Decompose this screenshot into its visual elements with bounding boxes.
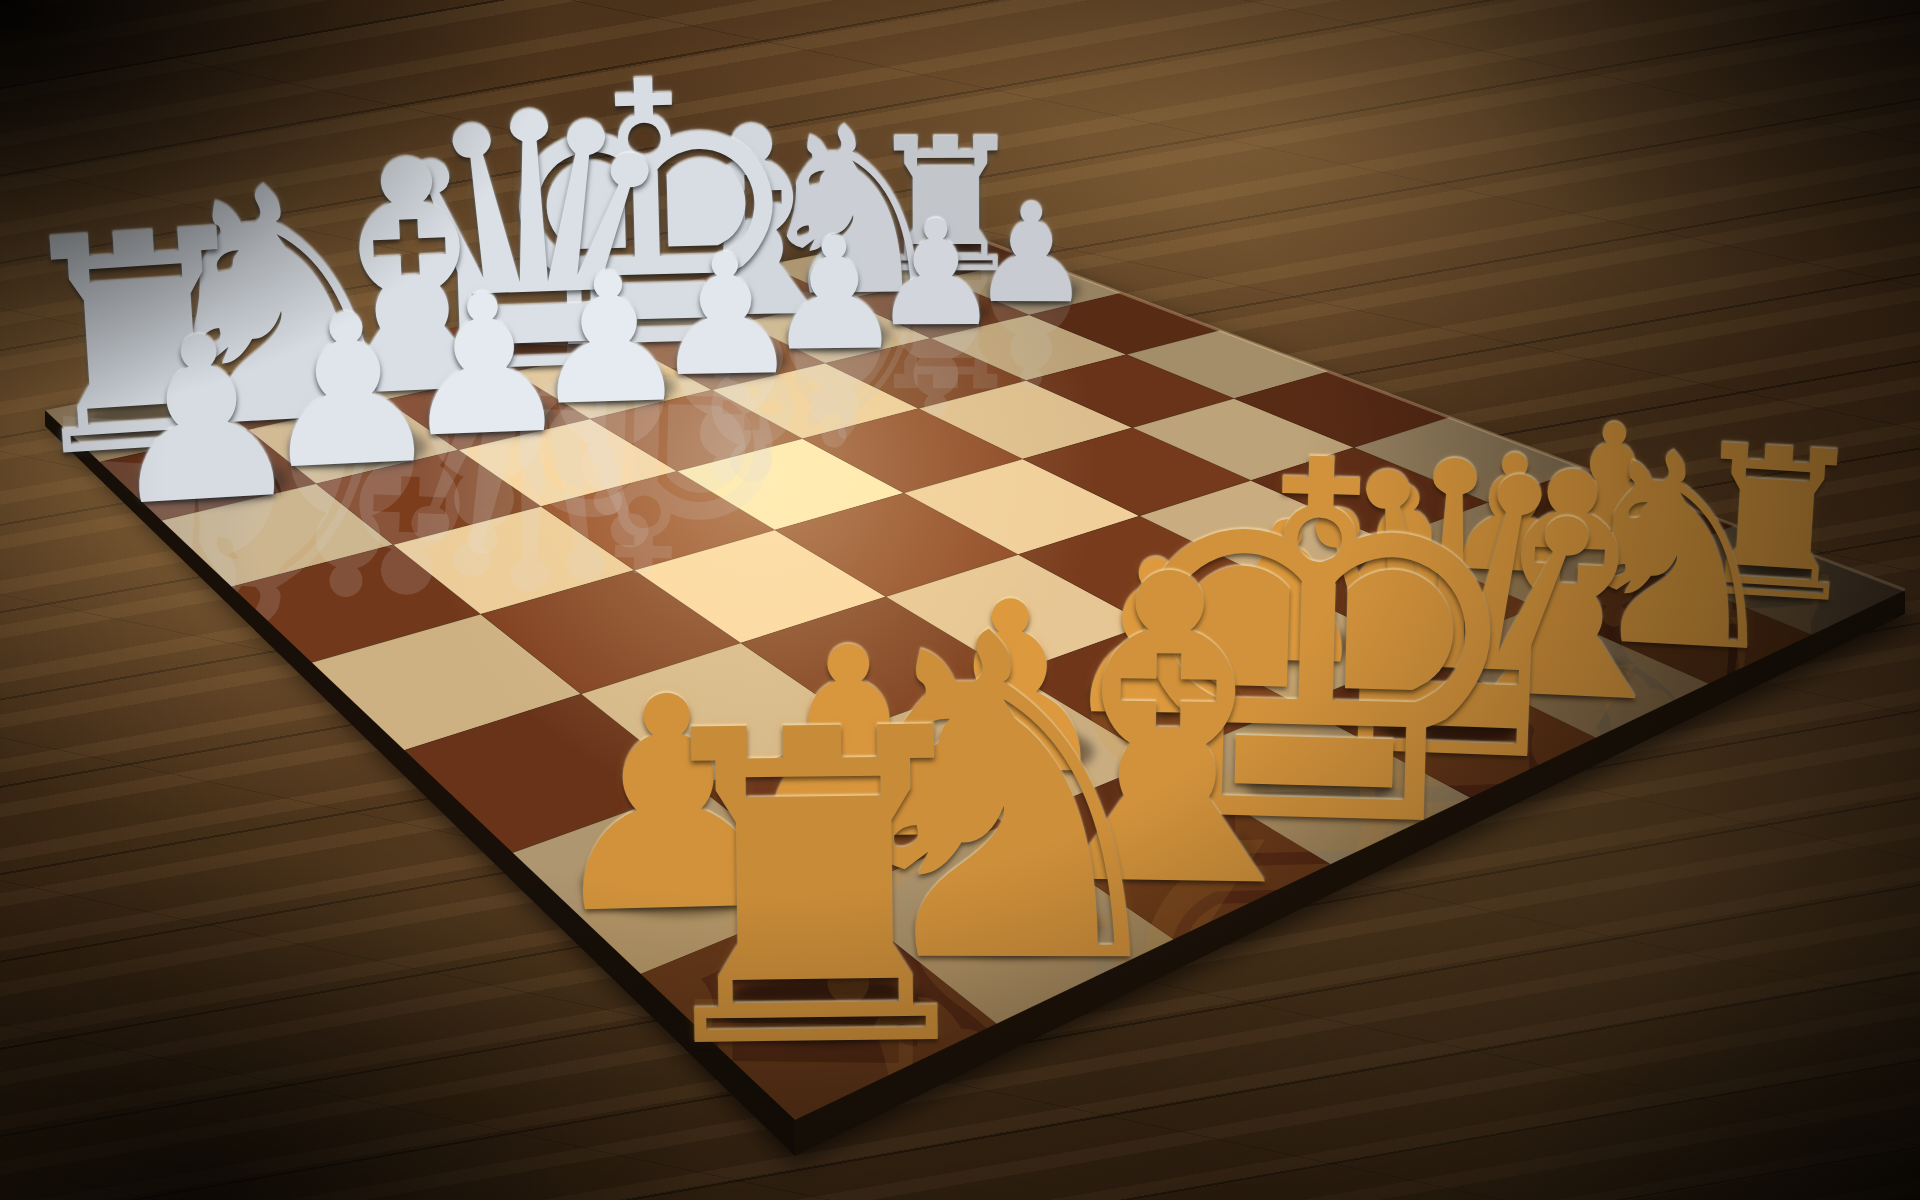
pieces-layer: ♜♞♟♝♟♚♟♛♟♝♟♞♟♜♟♟♟♟♜♟♞♟♝♟♛♟♚♟♝♟♞♜	[0, 0, 1920, 1200]
piece-silver-pawn-a7[interactable]: ♟	[96, 302, 311, 539]
scene: ♜♞♟♝♟♚♟♛♟♝♟♞♟♜♟♟♟♟♜♟♞♟♝♟♛♟♚♟♝♟♞♜ ♜♞♟♝♟♚♟…	[0, 0, 1920, 1200]
piece-gold-rook-a1[interactable]: ♜	[618, 672, 1010, 1108]
